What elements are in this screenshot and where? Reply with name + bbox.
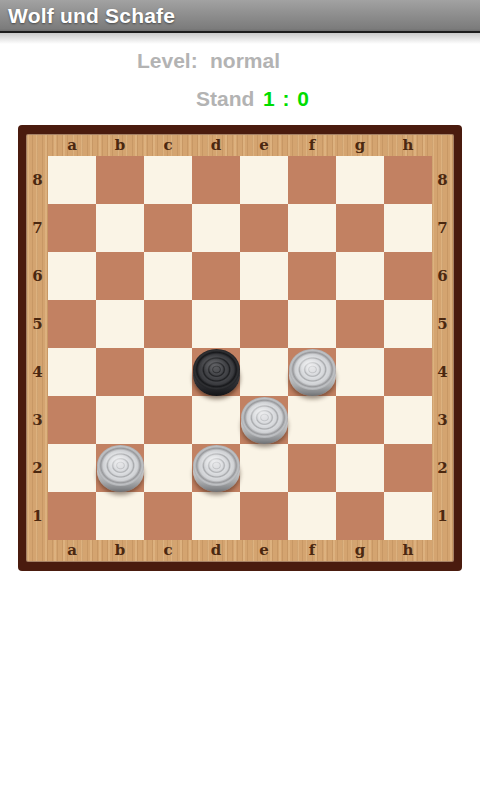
title-bar-shadow — [0, 33, 480, 44]
piece-top — [97, 445, 144, 486]
sheep-piece[interactable] — [97, 445, 144, 492]
square-f3[interactable] — [288, 396, 336, 444]
square-c1[interactable] — [144, 492, 192, 540]
square-b5[interactable] — [96, 300, 144, 348]
square-a5[interactable] — [48, 300, 96, 348]
coord-label-3: 3 — [432, 396, 453, 444]
square-g7[interactable] — [336, 204, 384, 252]
coord-label-b: b — [96, 540, 144, 561]
checkers-board-grid — [48, 156, 432, 540]
coord-label-a: a — [48, 540, 96, 561]
piece-top — [241, 397, 288, 438]
square-g3[interactable] — [336, 396, 384, 444]
square-b7[interactable] — [96, 204, 144, 252]
rank-labels-left: 87654321 — [27, 156, 48, 540]
rank-labels-right: 87654321 — [432, 156, 453, 540]
coord-label-e: e — [240, 135, 288, 156]
coord-label-h: h — [384, 540, 432, 561]
square-a8[interactable] — [48, 156, 96, 204]
square-h5[interactable] — [384, 300, 432, 348]
square-b4[interactable] — [96, 348, 144, 396]
sheep-piece[interactable] — [289, 349, 336, 396]
square-e2[interactable] — [240, 444, 288, 492]
coord-label-3: 3 — [27, 396, 48, 444]
square-d8[interactable] — [192, 156, 240, 204]
coord-label-8: 8 — [432, 156, 453, 204]
sheep-piece[interactable] — [193, 445, 240, 492]
coord-label-g: g — [336, 540, 384, 561]
square-g1[interactable] — [336, 492, 384, 540]
square-g2[interactable] — [336, 444, 384, 492]
coord-label-1: 1 — [27, 492, 48, 540]
coord-label-a: a — [48, 135, 96, 156]
square-c6[interactable] — [144, 252, 192, 300]
square-d1[interactable] — [192, 492, 240, 540]
coord-label-d: d — [192, 540, 240, 561]
coord-label-4: 4 — [27, 348, 48, 396]
square-e7[interactable] — [240, 204, 288, 252]
app-title: Wolf und Schafe — [0, 0, 480, 31]
coord-label-2: 2 — [432, 444, 453, 492]
piece-top — [193, 349, 240, 390]
checkers-board: abcdefgh abcdefgh 87654321 87654321 — [18, 125, 462, 571]
square-e6[interactable] — [240, 252, 288, 300]
square-d6[interactable] — [192, 252, 240, 300]
square-h7[interactable] — [384, 204, 432, 252]
coord-label-g: g — [336, 135, 384, 156]
file-labels-bottom: abcdefgh — [48, 540, 432, 561]
square-f7[interactable] — [288, 204, 336, 252]
square-a6[interactable] — [48, 252, 96, 300]
coord-label-e: e — [240, 540, 288, 561]
piece-top — [289, 349, 336, 390]
square-e5[interactable] — [240, 300, 288, 348]
square-a7[interactable] — [48, 204, 96, 252]
square-f1[interactable] — [288, 492, 336, 540]
wolf-piece[interactable] — [193, 349, 240, 396]
square-b6[interactable] — [96, 252, 144, 300]
square-h1[interactable] — [384, 492, 432, 540]
square-h6[interactable] — [384, 252, 432, 300]
square-d3[interactable] — [192, 396, 240, 444]
square-c8[interactable] — [144, 156, 192, 204]
coord-label-b: b — [96, 135, 144, 156]
sheep-piece[interactable] — [241, 397, 288, 444]
coord-label-8: 8 — [27, 156, 48, 204]
square-g8[interactable] — [336, 156, 384, 204]
square-a4[interactable] — [48, 348, 96, 396]
square-h8[interactable] — [384, 156, 432, 204]
coord-label-f: f — [288, 540, 336, 561]
square-a1[interactable] — [48, 492, 96, 540]
coord-label-2: 2 — [27, 444, 48, 492]
square-g6[interactable] — [336, 252, 384, 300]
title-bar: Wolf und Schafe — [0, 0, 480, 33]
coord-label-4: 4 — [432, 348, 453, 396]
square-h3[interactable] — [384, 396, 432, 444]
coord-label-7: 7 — [432, 204, 453, 252]
coord-label-h: h — [384, 135, 432, 156]
app-screen: Wolf und Schafe Level: normal Stand 1 : … — [0, 0, 480, 800]
square-d5[interactable] — [192, 300, 240, 348]
level-value: normal — [210, 49, 280, 73]
coord-label-d: d — [192, 135, 240, 156]
score-label: Stand — [196, 87, 254, 111]
square-h4[interactable] — [384, 348, 432, 396]
board-frame: abcdefgh abcdefgh 87654321 87654321 — [27, 135, 453, 561]
coord-label-5: 5 — [432, 300, 453, 348]
square-g4[interactable] — [336, 348, 384, 396]
coord-label-f: f — [288, 135, 336, 156]
square-b8[interactable] — [96, 156, 144, 204]
square-h2[interactable] — [384, 444, 432, 492]
coord-label-6: 6 — [27, 252, 48, 300]
piece-top — [193, 445, 240, 486]
square-d7[interactable] — [192, 204, 240, 252]
square-c4[interactable] — [144, 348, 192, 396]
square-c2[interactable] — [144, 444, 192, 492]
square-c3[interactable] — [144, 396, 192, 444]
level-label: Level: — [137, 49, 198, 73]
file-labels-top: abcdefgh — [48, 135, 432, 156]
coord-label-5: 5 — [27, 300, 48, 348]
square-a3[interactable] — [48, 396, 96, 444]
square-c5[interactable] — [144, 300, 192, 348]
square-b3[interactable] — [96, 396, 144, 444]
coord-label-1: 1 — [432, 492, 453, 540]
square-e1[interactable] — [240, 492, 288, 540]
square-b1[interactable] — [96, 492, 144, 540]
square-e8[interactable] — [240, 156, 288, 204]
square-g5[interactable] — [336, 300, 384, 348]
square-e4[interactable] — [240, 348, 288, 396]
square-a2[interactable] — [48, 444, 96, 492]
square-f5[interactable] — [288, 300, 336, 348]
coord-label-6: 6 — [432, 252, 453, 300]
square-c7[interactable] — [144, 204, 192, 252]
coord-label-7: 7 — [27, 204, 48, 252]
square-f8[interactable] — [288, 156, 336, 204]
coord-label-c: c — [144, 540, 192, 561]
square-f6[interactable] — [288, 252, 336, 300]
score-value: 1 : 0 — [263, 87, 310, 111]
coord-label-c: c — [144, 135, 192, 156]
square-f2[interactable] — [288, 444, 336, 492]
